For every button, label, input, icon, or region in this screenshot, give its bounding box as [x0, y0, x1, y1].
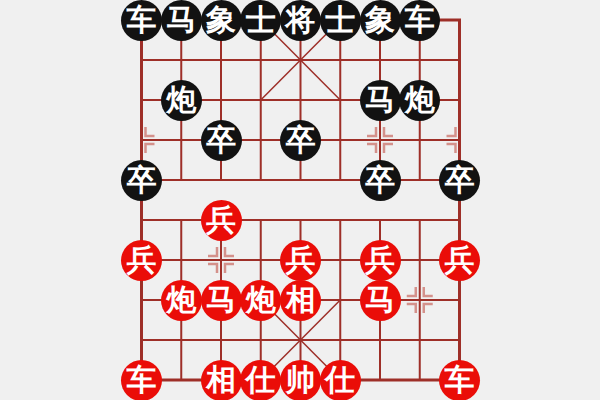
piece-red-cannon[interactable]: 炮 — [240, 280, 281, 321]
piece-black-general[interactable]: 将 — [280, 0, 321, 41]
piece-black-cannon[interactable]: 炮 — [161, 80, 202, 121]
piece-red-chariot[interactable]: 车 — [439, 360, 480, 400]
piece-black-soldier[interactable]: 卒 — [439, 160, 480, 201]
piece-black-soldier[interactable]: 卒 — [121, 160, 162, 201]
piece-red-elephant[interactable]: 相 — [280, 280, 321, 321]
xiangqi-board: 车马象士将士象车炮马炮卒卒卒卒卒兵兵兵兵兵炮马炮相马车相仕帅仕车 — [0, 0, 600, 400]
piece-red-soldier[interactable]: 兵 — [121, 240, 162, 281]
piece-black-elephant[interactable]: 象 — [201, 0, 242, 41]
piece-red-horse[interactable]: 马 — [360, 280, 401, 321]
piece-red-soldier[interactable]: 兵 — [201, 200, 242, 241]
piece-black-advisor[interactable]: 士 — [240, 0, 281, 41]
piece-black-soldier[interactable]: 卒 — [280, 120, 321, 161]
piece-black-soldier[interactable]: 卒 — [360, 160, 401, 201]
piece-red-cannon[interactable]: 炮 — [161, 280, 202, 321]
piece-red-general[interactable]: 帅 — [280, 360, 321, 400]
piece-black-chariot[interactable]: 车 — [399, 0, 440, 41]
piece-black-horse[interactable]: 马 — [360, 80, 401, 121]
piece-red-elephant[interactable]: 相 — [201, 360, 242, 400]
piece-black-soldier[interactable]: 卒 — [201, 120, 242, 161]
piece-red-soldier[interactable]: 兵 — [280, 240, 321, 281]
piece-black-chariot[interactable]: 车 — [121, 0, 162, 41]
board-grid — [0, 0, 600, 400]
piece-red-horse[interactable]: 马 — [201, 280, 242, 321]
piece-black-elephant[interactable]: 象 — [360, 0, 401, 41]
piece-red-advisor[interactable]: 仕 — [320, 360, 361, 400]
piece-red-soldier[interactable]: 兵 — [439, 240, 480, 281]
piece-red-soldier[interactable]: 兵 — [360, 240, 401, 281]
piece-black-horse[interactable]: 马 — [161, 0, 202, 41]
piece-black-advisor[interactable]: 士 — [320, 0, 361, 41]
piece-red-advisor[interactable]: 仕 — [240, 360, 281, 400]
piece-black-cannon[interactable]: 炮 — [399, 80, 440, 121]
piece-red-chariot[interactable]: 车 — [121, 360, 162, 400]
